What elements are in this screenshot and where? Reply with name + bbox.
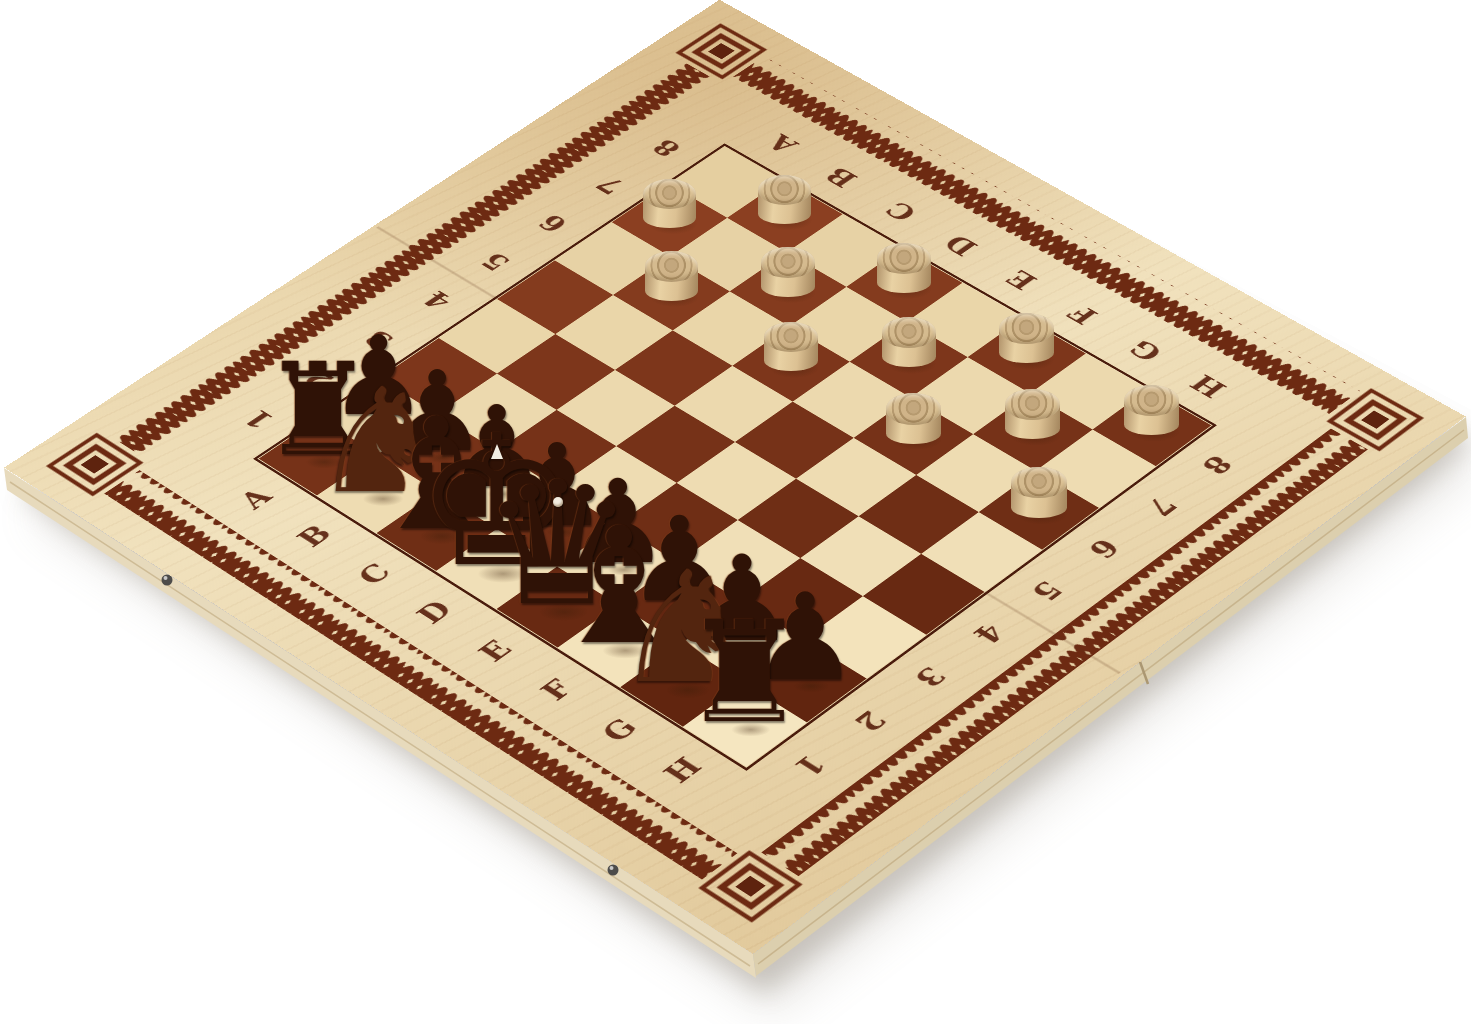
product-photo-stage: 87654321ABCDEFGH87654321ABCDEFGH ♜♞♝♚♛♝♞… xyxy=(0,0,1471,1024)
